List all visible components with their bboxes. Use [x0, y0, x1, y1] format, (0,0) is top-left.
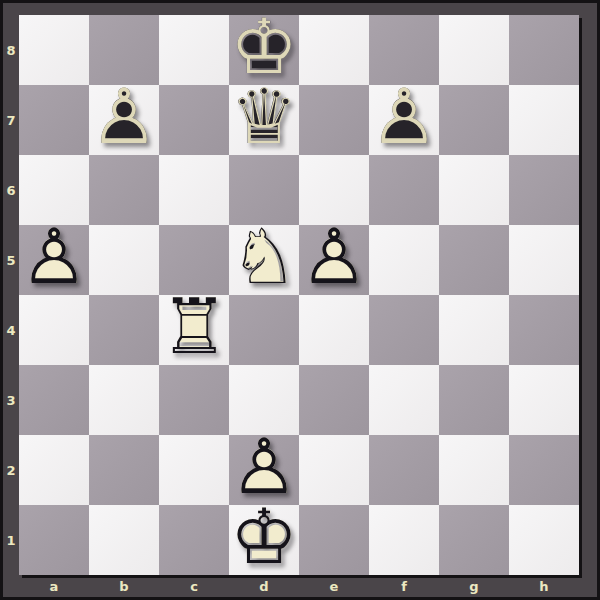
square-c4[interactable]: ♜♖: [159, 295, 229, 365]
rank-label-4: 4: [3, 295, 19, 365]
square-e7[interactable]: [299, 85, 369, 155]
piece-white-king-d1[interactable]: ♚♔: [229, 505, 299, 575]
rank-label-6: 6: [3, 155, 19, 225]
square-h7[interactable]: [509, 85, 579, 155]
square-g3[interactable]: [439, 365, 509, 435]
square-f7[interactable]: ♟♙: [369, 85, 439, 155]
square-g1[interactable]: [439, 505, 509, 575]
square-h1[interactable]: [509, 505, 579, 575]
square-b3[interactable]: [89, 365, 159, 435]
square-h6[interactable]: [509, 155, 579, 225]
black-pawn-outline: ♙: [90, 82, 158, 152]
square-d1[interactable]: ♚♔: [229, 505, 299, 575]
square-g7[interactable]: [439, 85, 509, 155]
rank-labels: 87654321: [3, 15, 19, 575]
square-f5[interactable]: [369, 225, 439, 295]
chess-board: ♚♔♟♙♛♕♟♙♟♙♞♘♟♙♜♖♟♙♚♔: [19, 15, 579, 575]
square-b4[interactable]: [89, 295, 159, 365]
square-b6[interactable]: [89, 155, 159, 225]
square-c1[interactable]: [159, 505, 229, 575]
square-a1[interactable]: [19, 505, 89, 575]
square-g8[interactable]: [439, 15, 509, 85]
square-a5[interactable]: ♟♙: [19, 225, 89, 295]
piece-black-queen-d7[interactable]: ♛♕: [229, 85, 299, 155]
square-b7[interactable]: ♟♙: [89, 85, 159, 155]
square-h4[interactable]: [509, 295, 579, 365]
square-h8[interactable]: [509, 15, 579, 85]
square-f4[interactable]: [369, 295, 439, 365]
rank-label-5: 5: [3, 225, 19, 295]
rank-label-3: 3: [3, 365, 19, 435]
square-e1[interactable]: [299, 505, 369, 575]
square-h3[interactable]: [509, 365, 579, 435]
piece-white-pawn-e5[interactable]: ♟♙: [299, 225, 369, 295]
white-pawn-outline: ♙: [20, 222, 88, 292]
file-label-g: g: [439, 577, 509, 595]
square-b5[interactable]: [89, 225, 159, 295]
square-h5[interactable]: [509, 225, 579, 295]
square-a2[interactable]: [19, 435, 89, 505]
square-d5[interactable]: ♞♘: [229, 225, 299, 295]
black-queen-outline: ♕: [230, 82, 298, 152]
white-rook-outline: ♖: [160, 292, 228, 362]
rank-label-2: 2: [3, 435, 19, 505]
square-b1[interactable]: [89, 505, 159, 575]
file-label-c: c: [159, 577, 229, 595]
square-f1[interactable]: [369, 505, 439, 575]
square-e4[interactable]: [299, 295, 369, 365]
square-h2[interactable]: [509, 435, 579, 505]
piece-white-pawn-a5[interactable]: ♟♙: [19, 225, 89, 295]
file-label-a: a: [19, 577, 89, 595]
square-e2[interactable]: [299, 435, 369, 505]
square-c6[interactable]: [159, 155, 229, 225]
square-c2[interactable]: [159, 435, 229, 505]
file-label-e: e: [299, 577, 369, 595]
rank-label-8: 8: [3, 15, 19, 85]
square-c8[interactable]: [159, 15, 229, 85]
square-e5[interactable]: ♟♙: [299, 225, 369, 295]
file-label-h: h: [509, 577, 579, 595]
square-a3[interactable]: [19, 365, 89, 435]
square-f3[interactable]: [369, 365, 439, 435]
square-g4[interactable]: [439, 295, 509, 365]
piece-black-pawn-b7[interactable]: ♟♙: [89, 85, 159, 155]
rank-label-7: 7: [3, 85, 19, 155]
square-e8[interactable]: [299, 15, 369, 85]
chess-app-window: 87654321 ♚♔♟♙♛♕♟♙♟♙♞♘♟♙♜♖♟♙♚♔ abcdefgh: [0, 0, 600, 600]
square-f6[interactable]: [369, 155, 439, 225]
square-a7[interactable]: [19, 85, 89, 155]
square-b2[interactable]: [89, 435, 159, 505]
file-labels: abcdefgh: [19, 577, 579, 595]
square-g5[interactable]: [439, 225, 509, 295]
square-g6[interactable]: [439, 155, 509, 225]
piece-white-rook-c4[interactable]: ♜♖: [159, 295, 229, 365]
piece-black-pawn-f7[interactable]: ♟♙: [369, 85, 439, 155]
black-pawn-outline: ♙: [370, 82, 438, 152]
file-label-f: f: [369, 577, 439, 595]
square-d4[interactable]: [229, 295, 299, 365]
white-pawn-outline: ♙: [300, 222, 368, 292]
white-king-outline: ♔: [230, 502, 298, 572]
piece-white-knight-d5[interactable]: ♞♘: [229, 225, 299, 295]
file-label-b: b: [89, 577, 159, 595]
square-a4[interactable]: [19, 295, 89, 365]
square-e3[interactable]: [299, 365, 369, 435]
square-f2[interactable]: [369, 435, 439, 505]
square-c7[interactable]: [159, 85, 229, 155]
square-d7[interactable]: ♛♕: [229, 85, 299, 155]
white-knight-outline: ♘: [230, 222, 298, 292]
file-label-d: d: [229, 577, 299, 595]
square-c3[interactable]: [159, 365, 229, 435]
square-g2[interactable]: [439, 435, 509, 505]
rank-label-1: 1: [3, 505, 19, 575]
square-a8[interactable]: [19, 15, 89, 85]
